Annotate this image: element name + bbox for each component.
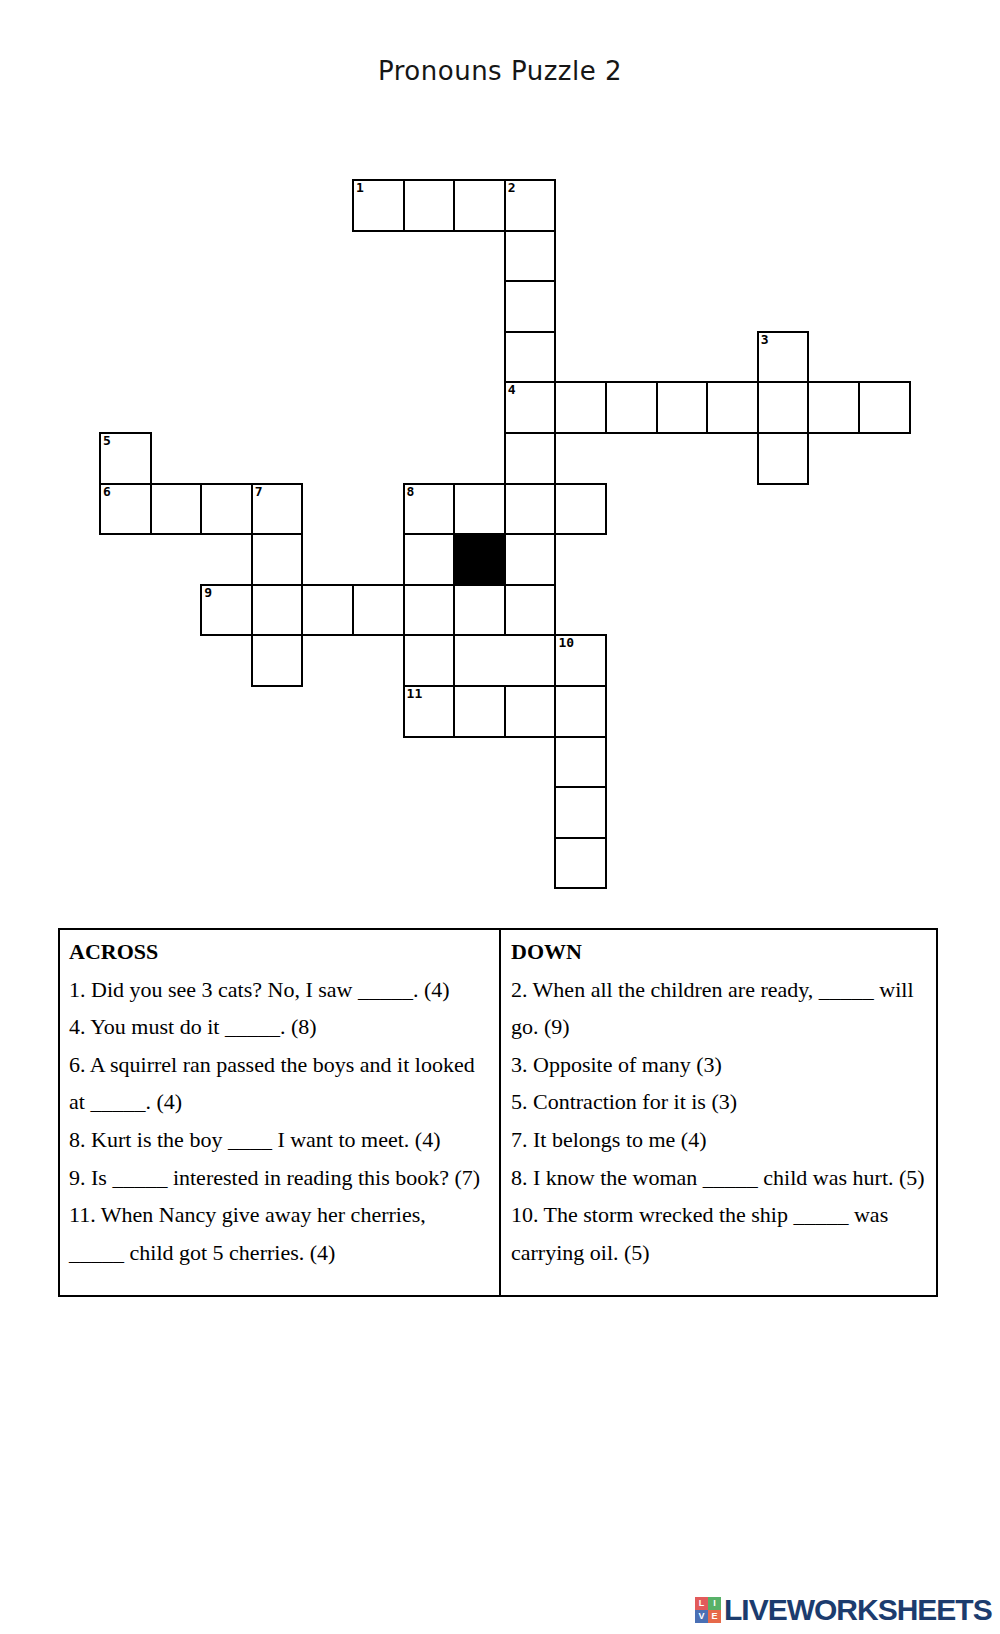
clue-line: 11. When Nancy give away her cherries, [69, 1196, 495, 1234]
answer-cell[interactable] [554, 381, 607, 434]
answer-cell[interactable]: 2 [504, 179, 557, 232]
clue-line: 5. Contraction for it is (3) [511, 1083, 933, 1121]
answer-cell[interactable] [554, 483, 607, 536]
blocked-cell [453, 533, 506, 586]
clue-number: 8 [407, 484, 415, 499]
crossword-grid: 1234567891011 [99, 179, 911, 890]
answer-cell[interactable] [504, 331, 557, 384]
answer-cell[interactable] [403, 634, 456, 687]
answer-cell[interactable]: 9 [200, 584, 253, 637]
liveworksheets-wordmark: LIVEWORKSHEETS [724, 1593, 992, 1627]
answer-cell[interactable] [453, 179, 506, 232]
answer-cell[interactable] [403, 533, 456, 586]
clue-number: 6 [103, 484, 111, 499]
answer-cell[interactable] [706, 381, 759, 434]
clue-line: 10. The storm wrecked the ship _____ was [511, 1196, 933, 1234]
clue-number: 10 [558, 635, 574, 650]
clue-number: 9 [204, 585, 212, 600]
clue-line: _____ child got 5 cherries. (4) [69, 1234, 495, 1272]
answer-cell[interactable]: 4 [504, 381, 557, 434]
logo-tile: I [708, 1597, 721, 1610]
answer-cell[interactable] [504, 230, 557, 283]
answer-cell[interactable] [504, 584, 557, 637]
answer-cell[interactable] [200, 483, 253, 536]
answer-cell[interactable] [150, 483, 203, 536]
answer-cell[interactable] [453, 483, 506, 536]
logo-tile: L [695, 1597, 708, 1610]
answer-cell[interactable]: 1 [352, 179, 405, 232]
answer-cell[interactable] [504, 483, 557, 536]
answer-cell[interactable] [352, 584, 405, 637]
answer-cell[interactable] [251, 584, 304, 637]
clue-line: 4. You must do it _____. (8) [69, 1008, 495, 1046]
answer-cell[interactable] [301, 584, 354, 637]
clue-line: go. (9) [511, 1008, 933, 1046]
answer-cell[interactable] [757, 432, 810, 485]
clues-panel: ACROSS 1. Did you see 3 cats? No, I saw … [58, 928, 938, 1297]
clue-line: at _____. (4) [69, 1083, 495, 1121]
answer-cell[interactable]: 6 [99, 483, 152, 536]
liveworksheets-icon: LIVE [695, 1597, 721, 1623]
clue-number: 2 [508, 180, 516, 195]
answer-cell[interactable] [453, 685, 506, 738]
clue-number: 4 [508, 382, 516, 397]
answer-cell[interactable]: 10 [554, 634, 607, 687]
logo-tile: E [708, 1610, 721, 1623]
answer-cell[interactable] [807, 381, 860, 434]
answer-cell[interactable] [554, 736, 607, 789]
across-heading: ACROSS [69, 933, 495, 971]
answer-cell[interactable] [251, 634, 304, 687]
clue-number: 5 [103, 433, 111, 448]
answer-cell[interactable] [656, 381, 709, 434]
clue-number: 11 [407, 686, 423, 701]
across-clues: ACROSS 1. Did you see 3 cats? No, I saw … [69, 933, 495, 1271]
clue-line: 3. Opposite of many (3) [511, 1046, 933, 1084]
answer-cell[interactable] [403, 179, 456, 232]
answer-cell[interactable]: 5 [99, 432, 152, 485]
worksheet-page: Pronouns Puzzle 2 1234567891011 ACROSS 1… [0, 0, 1000, 1634]
answer-cell[interactable] [757, 381, 810, 434]
answer-cell[interactable] [605, 381, 658, 434]
clue-number: 1 [356, 180, 364, 195]
logo-tile: V [695, 1610, 708, 1623]
clue-line: 6. A squirrel ran passed the boys and it… [69, 1046, 495, 1084]
answer-cell[interactable] [504, 685, 557, 738]
answer-cell[interactable] [554, 786, 607, 839]
answer-cell[interactable] [504, 280, 557, 333]
clue-line: 8. Kurt is the boy ____ I want to meet. … [69, 1121, 495, 1159]
answer-cell[interactable]: 3 [757, 331, 810, 384]
clues-divider [499, 930, 501, 1295]
clue-line: 2. When all the children are ready, ____… [511, 971, 933, 1009]
liveworksheets-logo[interactable]: LIVE LIVEWORKSHEETS [695, 1594, 992, 1626]
answer-cell[interactable] [504, 533, 557, 586]
answer-cell[interactable] [403, 584, 456, 637]
down-heading: DOWN [511, 933, 933, 971]
answer-cell[interactable]: 7 [251, 483, 304, 536]
answer-cell[interactable]: 11 [403, 685, 456, 738]
answer-cell[interactable] [251, 533, 304, 586]
answer-cell[interactable] [504, 432, 557, 485]
clue-line: 7. It belongs to me (4) [511, 1121, 933, 1159]
answer-cell[interactable] [858, 381, 911, 434]
clue-line: carrying oil. (5) [511, 1234, 933, 1272]
clue-line: 9. Is _____ interested in reading this b… [69, 1159, 495, 1197]
answer-cell[interactable] [554, 685, 607, 738]
clue-number: 3 [761, 332, 769, 347]
worksheet-title: Pronouns Puzzle 2 [0, 56, 1000, 86]
clue-line: 1. Did you see 3 cats? No, I saw _____. … [69, 971, 495, 1009]
answer-cell[interactable]: 8 [403, 483, 456, 536]
clue-number: 7 [255, 484, 263, 499]
answer-cell[interactable] [554, 837, 607, 890]
answer-cell[interactable] [453, 584, 506, 637]
down-clues: DOWN 2. When all the children are ready,… [511, 933, 933, 1271]
clue-line: 8. I know the woman _____ child was hurt… [511, 1159, 933, 1197]
